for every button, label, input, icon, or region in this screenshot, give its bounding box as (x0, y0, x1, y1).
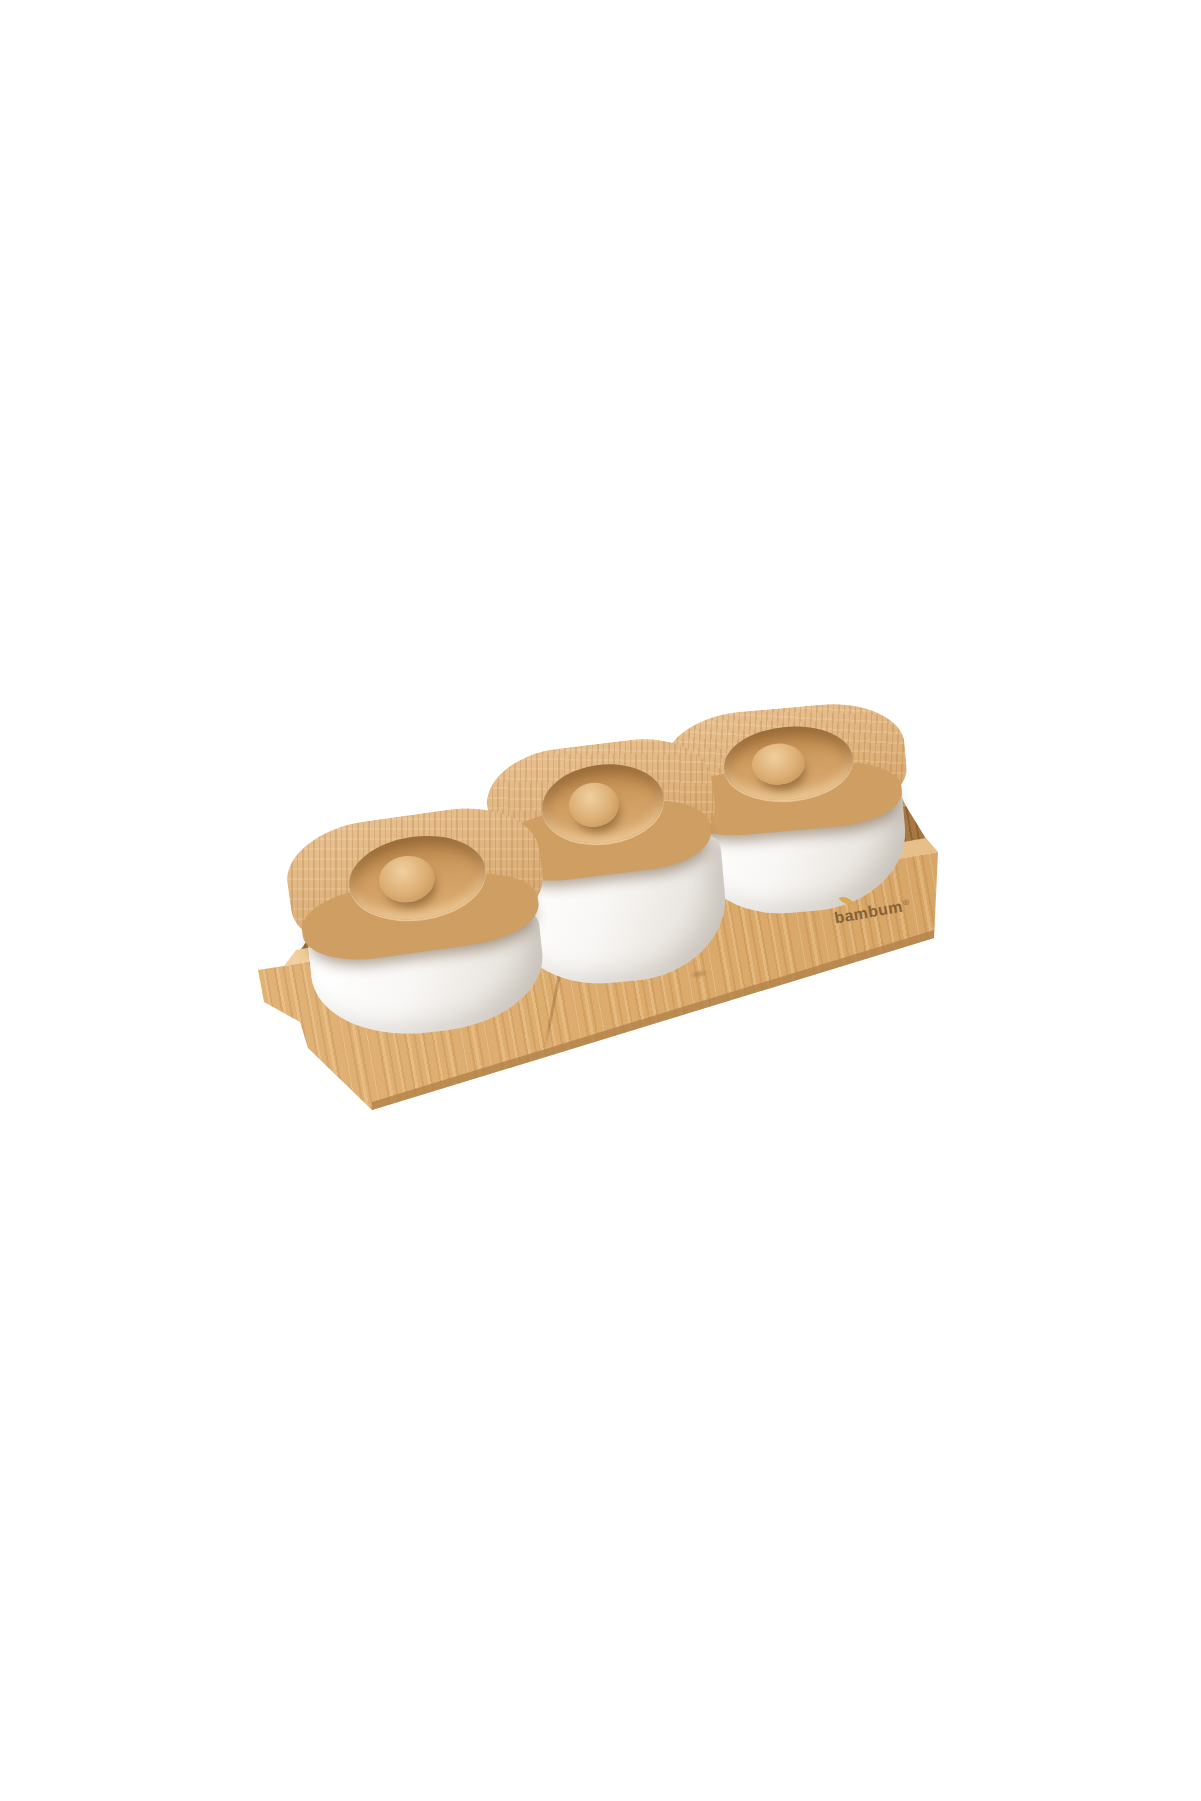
jar-left (0, 0, 1201, 1801)
product-photo: bambum® (0, 0, 1201, 1801)
